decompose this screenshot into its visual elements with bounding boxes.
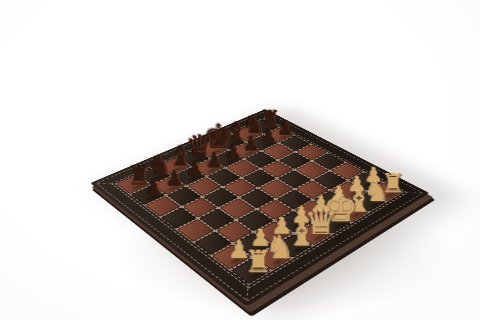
piece-black-pawn-c7[interactable]: ♟ [186,160,205,181]
photo-caption: Dark rosewood and boxwood Staunton chess… [0,0,1,1]
chess-scene: ♜♞♝♛♚♝♞♜♟♟♟♟♟♟♟♟♟♟♟♟♟♟♟♟♜♞♝♛♚♝♞♜ [138,68,378,308]
piece-black-pawn-g7[interactable]: ♟ [260,127,277,146]
piece-black-pawn-a7[interactable]: ♟ [144,178,163,200]
piece-white-rook-a1[interactable]: ♜ [245,246,273,277]
piece-black-pawn-e7[interactable]: ♟ [224,143,242,163]
product-photo: Dark rosewood and boxwood Staunton chess… [0,0,480,320]
piece-black-pawn-h7[interactable]: ♟ [277,120,294,139]
corner-stitch [246,284,249,301]
piece-black-pawn-b7[interactable]: ♟ [165,169,184,190]
piece-black-pawn-d7[interactable]: ♟ [206,151,224,171]
piece-black-pawn-f7[interactable]: ♟ [243,135,260,154]
chessboard-grid: ♜♞♝♛♚♝♞♜♟♟♟♟♟♟♟♟♟♟♟♟♟♟♟♟♜♞♝♛♚♝♞♜ [115,119,403,285]
